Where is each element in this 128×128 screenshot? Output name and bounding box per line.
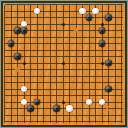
white-stone: ○	[34, 8, 40, 14]
white-stone: ○	[92, 8, 98, 14]
star-point	[101, 62, 104, 65]
grid-line-horizontal	[5, 115, 123, 116]
grid-line-horizontal	[5, 108, 123, 109]
white-stone: ○	[21, 99, 27, 105]
grid-line-horizontal	[5, 121, 123, 122]
grid-line-vertical	[115, 5, 116, 123]
black-stone: ●	[105, 14, 111, 20]
go-app-window: ○○○●●○●●●●●●●○●○●○○●●○ABC	[0, 0, 128, 128]
grid-line-vertical	[11, 5, 12, 123]
grid-line-vertical	[4, 5, 5, 123]
black-stone: ●	[21, 27, 27, 33]
grid-line-horizontal	[5, 50, 123, 51]
black-stone: ●	[105, 86, 111, 92]
black-stone: ●	[34, 99, 40, 105]
grid-line-vertical	[95, 5, 96, 123]
star-point	[62, 23, 65, 26]
grid-line-vertical	[76, 5, 77, 123]
grid-line-horizontal	[5, 69, 123, 70]
star-point	[23, 62, 26, 65]
black-stone: ●	[99, 27, 105, 33]
point-label-b[interactable]: B	[15, 66, 20, 73]
white-stone: ○	[99, 99, 105, 105]
star-point	[62, 101, 65, 104]
grid-line-horizontal	[5, 82, 123, 83]
grid-line-vertical	[121, 5, 122, 123]
white-stone: ○	[66, 105, 72, 111]
grid-line-horizontal	[5, 56, 123, 57]
grid-line-vertical	[82, 5, 83, 123]
grid-line-vertical	[50, 5, 51, 123]
go-board[interactable]: ○○○●●○●●●●●●●○●○●○○●●○ABC	[3, 3, 125, 125]
point-label-a[interactable]: A	[73, 27, 78, 34]
white-stone: ○	[79, 8, 85, 14]
black-stone: ●	[14, 53, 20, 59]
black-stone: ●	[86, 14, 92, 20]
grid-line-vertical	[17, 5, 18, 123]
black-stone: ●	[27, 105, 33, 111]
star-point	[101, 23, 104, 26]
grid-line-horizontal	[5, 4, 123, 5]
point-label-c[interactable]: C	[106, 105, 111, 112]
black-stone: ●	[14, 27, 20, 33]
grid-line-vertical	[43, 5, 44, 123]
white-stone: ○	[21, 21, 27, 27]
black-stone: ●	[99, 40, 105, 46]
black-stone: ●	[8, 40, 14, 46]
star-point	[62, 62, 65, 65]
black-stone: ●	[53, 105, 59, 111]
grid-line-horizontal	[5, 95, 123, 96]
white-stone: ○	[21, 86, 27, 92]
white-stone: ○	[86, 99, 92, 105]
black-stone: ●	[105, 60, 111, 66]
grid-line-horizontal	[5, 11, 123, 12]
grid-line-horizontal	[5, 76, 123, 77]
grid-line-horizontal	[5, 37, 123, 38]
